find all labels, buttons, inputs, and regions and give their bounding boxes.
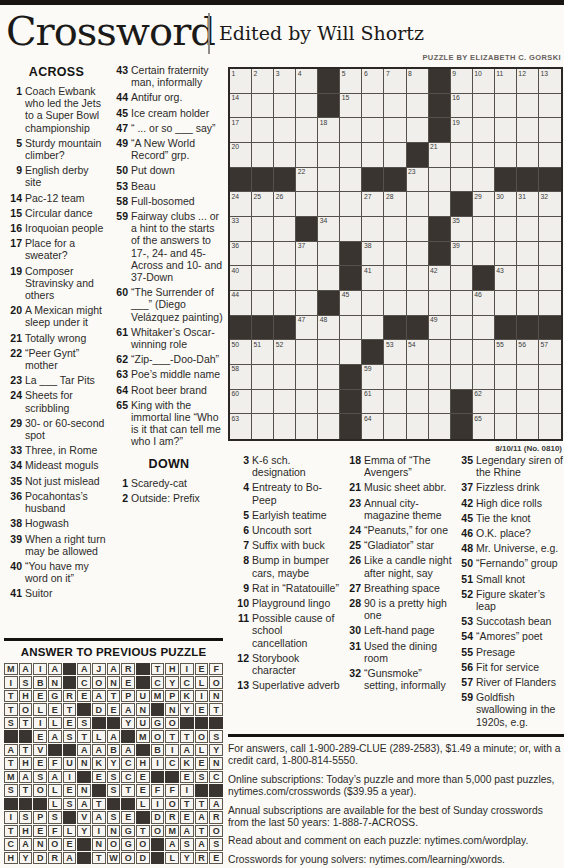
cell-r7c13[interactable] (495, 217, 517, 242)
cell-r7c2[interactable] (252, 217, 274, 242)
across-clue-column-2: 43Certain fraternity man, informally44An… (113, 64, 225, 507)
cell-r14c5[interactable] (318, 390, 340, 415)
cell-r7c7[interactable] (362, 217, 384, 242)
clue-text: Small knot (476, 573, 564, 585)
cell-r13c11[interactable] (451, 365, 473, 390)
cell-r2c9[interactable] (407, 94, 429, 119)
cell-r2c2[interactable] (252, 94, 274, 119)
grid-number: 12 (518, 70, 526, 77)
cell-r9c12 (473, 266, 495, 291)
cell-r15c9[interactable] (407, 414, 429, 439)
cell-r9c7[interactable]: 41 (362, 266, 384, 291)
grid-number: 43 (496, 267, 504, 274)
cell-r4c15[interactable] (539, 143, 561, 168)
cell-r13c10[interactable] (429, 365, 451, 390)
cell-r3c1[interactable]: 17 (230, 118, 252, 143)
cell-r12c10[interactable] (429, 340, 451, 365)
cell-r3c11[interactable]: 19 (451, 118, 473, 143)
cell-r4c13[interactable] (495, 143, 517, 168)
clue-across-19: 19Composer Stravinsky and others (7, 265, 106, 302)
cell-r4c14[interactable] (517, 143, 539, 168)
prev-cell-r14c8: O (107, 838, 121, 850)
cell-r12c15[interactable]: 57 (539, 340, 561, 365)
cell-r15c13[interactable] (495, 414, 517, 439)
cell-r13c2[interactable] (252, 365, 274, 390)
prev-cell-r5c7 (92, 717, 106, 729)
clue-text: La ___ Tar Pits (25, 374, 106, 386)
grid-number: 19 (452, 119, 460, 126)
cell-r4c5[interactable] (318, 143, 340, 168)
prev-cell-r7c9: A (121, 744, 135, 756)
cell-r1c6[interactable]: 5 (340, 69, 362, 94)
cell-r6c4[interactable] (296, 192, 318, 217)
prev-cell-r6c10: M (136, 730, 150, 742)
clue-number: 46 (458, 527, 476, 539)
grid-number: 29 (474, 193, 482, 200)
cell-r14c12[interactable]: 62 (473, 390, 495, 415)
clue-text: Mideast moguls (25, 459, 106, 471)
prev-cell-r14c2: A (19, 838, 33, 850)
clue-number: 31 (346, 640, 364, 664)
cell-r13c12[interactable] (473, 365, 495, 390)
prev-cell-r2c4: N (48, 676, 62, 688)
prev-cell-r9c11 (151, 771, 165, 783)
cell-r7c15[interactable] (539, 217, 561, 242)
cell-r10c15[interactable] (539, 291, 561, 316)
cell-r14c14[interactable] (517, 390, 539, 415)
cell-r10c12[interactable]: 46 (473, 291, 495, 316)
prev-cell-r1c5 (63, 663, 77, 675)
prev-cell-r11c6: A (77, 798, 91, 810)
cell-r2c4[interactable] (296, 94, 318, 119)
clue-text: “Fernando” group (476, 557, 564, 569)
cell-r14c2[interactable] (252, 390, 274, 415)
cell-r8c13[interactable] (495, 242, 517, 267)
cell-r1c4[interactable]: 4 (296, 69, 318, 94)
cell-r15c15[interactable] (539, 414, 561, 439)
cell-r5c9[interactable]: 23 (407, 168, 429, 193)
prev-cell-r15c2: Y (19, 852, 33, 864)
clue-text: Composer Stravinsky and others (25, 265, 106, 302)
cell-r3c3[interactable] (274, 118, 296, 143)
cell-r7c12[interactable] (473, 217, 495, 242)
cell-r8c2[interactable] (252, 242, 274, 267)
clue-number: 13 (234, 679, 252, 691)
cell-r15c8[interactable] (384, 414, 406, 439)
clue-text: Rat in “Ratatouille” (252, 582, 340, 594)
cell-r2c12[interactable] (473, 94, 495, 119)
cell-r6c13[interactable]: 30 (495, 192, 517, 217)
cell-r3c10 (429, 118, 451, 143)
cell-r12c12[interactable] (473, 340, 495, 365)
cell-r6c6[interactable] (340, 192, 362, 217)
prev-cell-r5c15 (209, 717, 223, 729)
cell-r11c1 (230, 316, 252, 341)
clue-text: Sheets for scribbling (25, 389, 106, 413)
cell-r1c8[interactable]: 7 (384, 69, 406, 94)
cell-r12c4[interactable] (296, 340, 318, 365)
cell-r1c15[interactable]: 13 (539, 69, 561, 94)
cell-r3c12[interactable] (473, 118, 495, 143)
grid-number: 25 (254, 193, 262, 200)
clue-number: 26 (346, 554, 364, 578)
clue-down-10: 10Playground lingo (234, 597, 340, 609)
cell-r8c4[interactable]: 37 (296, 242, 318, 267)
prev-cell-r2c15: O (209, 676, 223, 688)
cell-r9c15[interactable] (539, 266, 561, 291)
cell-r15c4[interactable] (296, 414, 318, 439)
clue-across-15: 15Circular dance (7, 207, 106, 219)
prev-cell-r13c1: T (4, 825, 18, 837)
cell-r3c4[interactable] (296, 118, 318, 143)
cell-r11c12[interactable] (473, 316, 495, 341)
cell-r12c8[interactable]: 53 (384, 340, 406, 365)
cell-r1c2[interactable]: 2 (252, 69, 274, 94)
cell-r15c12[interactable]: 65 (473, 414, 495, 439)
cell-r4c6[interactable] (340, 143, 362, 168)
cell-r2c11[interactable]: 16 (451, 94, 473, 119)
cell-r10c2[interactable] (252, 291, 274, 316)
clue-across-16: 16Iroquoian people (7, 222, 106, 234)
cell-r13c14[interactable] (517, 365, 539, 390)
cell-r15c1[interactable]: 63 (230, 414, 252, 439)
cell-r12c3[interactable]: 52 (274, 340, 296, 365)
prev-cell-r14c5: E (63, 838, 77, 850)
clue-down-51: 51Small knot (458, 573, 564, 585)
cell-r3c14[interactable] (517, 118, 539, 143)
grid-number: 23 (408, 168, 416, 175)
cell-r2c15[interactable] (539, 94, 561, 119)
cell-r13c3[interactable] (274, 365, 296, 390)
cell-r13c1[interactable]: 58 (230, 365, 252, 390)
cell-r1c9[interactable]: 8 (407, 69, 429, 94)
cell-r1c12[interactable]: 10 (473, 69, 495, 94)
cell-r3c8[interactable] (384, 118, 406, 143)
cell-r3c9[interactable] (407, 118, 429, 143)
prev-cell-r6c2 (19, 730, 33, 742)
prev-cell-r8c6: N (77, 757, 91, 769)
cell-r15c3[interactable] (274, 414, 296, 439)
cell-r12c6[interactable] (340, 340, 362, 365)
cell-r8c14[interactable] (517, 242, 539, 267)
clue-across-53: 53Beau (113, 180, 225, 192)
clue-text: Hogwash (25, 517, 106, 529)
cell-r12c14[interactable]: 56 (517, 340, 539, 365)
cell-r5c14 (517, 168, 539, 193)
cell-r10c3[interactable] (274, 291, 296, 316)
grid-number: 36 (232, 242, 240, 249)
cell-r6c1[interactable]: 24 (230, 192, 252, 217)
clue-down-59: 59Goldfish swallowing in the 1920s, e.g. (458, 691, 564, 728)
cell-r5c6[interactable] (340, 168, 362, 193)
prev-cell-r6c6: T (77, 730, 91, 742)
cell-r4c1[interactable]: 20 (230, 143, 252, 168)
cell-r15c5[interactable] (318, 414, 340, 439)
cell-r1c1[interactable]: 1 (230, 69, 252, 94)
prev-cell-r12c10 (136, 811, 150, 823)
cell-r7c3[interactable] (274, 217, 296, 242)
cell-r2c7[interactable] (362, 94, 384, 119)
clue-text: Whitaker’s Oscar-winning role (131, 326, 225, 350)
cell-r10c4[interactable] (296, 291, 318, 316)
cell-r8c5[interactable] (318, 242, 340, 267)
cell-r14c1[interactable]: 60 (230, 390, 252, 415)
cell-r14c13[interactable] (495, 390, 517, 415)
prev-cell-r2c13: C (180, 676, 194, 688)
cell-r3c13[interactable] (495, 118, 517, 143)
cell-r15c10[interactable] (429, 414, 451, 439)
cell-r11c7[interactable] (362, 316, 384, 341)
cell-r13c7[interactable]: 59 (362, 365, 384, 390)
cell-r8c15[interactable] (539, 242, 561, 267)
clue-across-5: 5Sturdy mountain climber? (7, 137, 106, 161)
clue-across-40: 40“You have my word on it” (7, 560, 106, 584)
cell-r5c2 (252, 168, 274, 193)
grid-number: 10 (474, 70, 482, 77)
cell-r10c1[interactable]: 44 (230, 291, 252, 316)
prev-cell-r12c11: D (151, 811, 165, 823)
prev-cell-r11c3 (33, 798, 47, 810)
prev-cell-r15c9: O (121, 852, 135, 864)
prev-cell-r14c12: A (165, 838, 179, 850)
clue-number: 7 (234, 539, 252, 551)
clue-number: 56 (458, 661, 476, 673)
cell-r4c7[interactable] (362, 143, 384, 168)
cell-r10c14[interactable] (517, 291, 539, 316)
cell-r6c7[interactable]: 27 (362, 192, 384, 217)
cell-r15c7[interactable]: 64 (362, 414, 384, 439)
prev-cell-r4c3: L (33, 703, 47, 715)
cell-r3c6[interactable] (340, 118, 362, 143)
clue-number: 39 (7, 533, 25, 557)
cell-r11c10[interactable]: 49 (429, 316, 451, 341)
prev-cell-r1c6: A (77, 663, 91, 675)
cell-r9c1[interactable]: 40 (230, 266, 252, 291)
cell-r9c3[interactable] (274, 266, 296, 291)
clue-number: 34 (7, 459, 25, 471)
cell-r6c14[interactable]: 31 (517, 192, 539, 217)
clue-down-1: 1Scaredy-cat (113, 477, 225, 489)
cell-r9c2[interactable] (252, 266, 274, 291)
prev-cell-r8c10: H (136, 757, 150, 769)
cell-r13c8[interactable] (384, 365, 406, 390)
cell-r4c3[interactable] (274, 143, 296, 168)
prev-cell-r2c6: C (77, 676, 91, 688)
cell-r8c9[interactable] (407, 242, 429, 267)
cell-r9c9[interactable] (407, 266, 429, 291)
cell-r9c4[interactable] (296, 266, 318, 291)
cell-r13c9[interactable] (407, 365, 429, 390)
cell-r15c14[interactable] (517, 414, 539, 439)
cell-r7c1[interactable]: 33 (230, 217, 252, 242)
cell-r2c8[interactable] (384, 94, 406, 119)
cell-r14c15[interactable] (539, 390, 561, 415)
cell-r3c2[interactable] (252, 118, 274, 143)
cell-r6c10[interactable] (429, 192, 451, 217)
cell-r6c8[interactable]: 28 (384, 192, 406, 217)
cell-r8c7[interactable]: 38 (362, 242, 384, 267)
cell-r5c5[interactable] (318, 168, 340, 193)
cell-r2c1[interactable]: 14 (230, 94, 252, 119)
cell-r1c3[interactable]: 3 (274, 69, 296, 94)
cell-r13c13[interactable] (495, 365, 517, 390)
cell-r2c6[interactable]: 15 (340, 94, 362, 119)
cell-r9c14[interactable] (517, 266, 539, 291)
cell-r14c7[interactable]: 61 (362, 390, 384, 415)
cell-r3c15[interactable] (539, 118, 561, 143)
cell-r9c6 (340, 266, 362, 291)
cell-r1c13[interactable]: 11 (495, 69, 517, 94)
cell-r11c5[interactable]: 48 (318, 316, 340, 341)
cell-r5c12[interactable] (473, 168, 495, 193)
cell-r14c4[interactable] (296, 390, 318, 415)
prev-cell-r9c9: C (121, 771, 135, 783)
clue-across-58: 58Full-bosomed (113, 195, 225, 207)
clue-across-59: 59Fairway clubs ... or a hint to the sta… (113, 210, 225, 283)
prev-cell-r7c11: B (151, 744, 165, 756)
prev-cell-r6c3: E (33, 730, 47, 742)
cell-r6c12[interactable]: 29 (473, 192, 495, 217)
cell-r9c5[interactable] (318, 266, 340, 291)
cell-r10c11[interactable] (451, 291, 473, 316)
prev-cell-r3c2: H (19, 690, 33, 702)
cell-r13c15[interactable] (539, 365, 561, 390)
cell-r10c13[interactable] (495, 291, 517, 316)
cell-r11c11[interactable] (451, 316, 473, 341)
cell-r11c4[interactable]: 47 (296, 316, 318, 341)
prev-cell-r6c8: A (107, 730, 121, 742)
cell-r11c15 (539, 316, 561, 341)
cell-r9c11[interactable] (451, 266, 473, 291)
clue-number: 45 (113, 107, 131, 119)
prev-cell-r9c3: S (33, 771, 47, 783)
cell-r5c11[interactable] (451, 168, 473, 193)
cell-r8c1[interactable]: 36 (230, 242, 252, 267)
grid-number: 54 (408, 341, 416, 348)
clue-across-45: 45Ice cream holder (113, 107, 225, 119)
cell-r12c13[interactable]: 55 (495, 340, 517, 365)
cell-r10c6[interactable]: 45 (340, 291, 362, 316)
cell-r9c8[interactable] (384, 266, 406, 291)
grid-number: 8 (408, 70, 412, 77)
clue-number: 20 (7, 304, 25, 328)
cell-r2c13[interactable] (495, 94, 517, 119)
cell-r7c6[interactable] (340, 217, 362, 242)
clue-text: Mr. Universe, e.g. (476, 542, 564, 554)
cell-r10c8[interactable] (384, 291, 406, 316)
prev-cell-r1c4: A (48, 663, 62, 675)
cell-r4c10[interactable]: 21 (429, 143, 451, 168)
cell-r5c8 (384, 168, 406, 193)
cell-r14c3[interactable] (274, 390, 296, 415)
clue-number: 18 (346, 454, 364, 478)
cell-r10c10[interactable] (429, 291, 451, 316)
cell-r12c1[interactable]: 50 (230, 340, 252, 365)
clue-text: “Gunsmoke” setting, informally (364, 667, 452, 691)
prev-cell-r7c7: A (92, 744, 106, 756)
cell-r7c14[interactable] (517, 217, 539, 242)
prev-puzzle-heading: ANSWER TO PREVIOUS PUZZLE (4, 646, 223, 658)
cell-r7c5[interactable]: 34 (318, 217, 340, 242)
cell-r7c8[interactable] (384, 217, 406, 242)
cell-r14c10[interactable] (429, 390, 451, 415)
cell-r6c2[interactable]: 25 (252, 192, 274, 217)
cell-r8c11[interactable]: 39 (451, 242, 473, 267)
prev-puzzle-grid: MAIAAJARTHIEFISBNCONECYCLOTHEGREATPUMPKI… (4, 663, 223, 864)
grid-number: 40 (232, 267, 240, 274)
cell-r14c9[interactable] (407, 390, 429, 415)
cell-r9c10[interactable]: 42 (429, 266, 451, 291)
footer-line-1: For answers, call 1-900-289-CLUE (289-25… (228, 743, 564, 768)
grid-number: 53 (386, 341, 394, 348)
cell-r4c4[interactable] (296, 143, 318, 168)
cell-r5c4[interactable]: 22 (296, 168, 318, 193)
prev-cell-r10c4: L (48, 784, 62, 796)
down-clues-part-0: 1Scaredy-cat2Outside: Prefix (113, 477, 225, 504)
grid-number: 13 (540, 70, 548, 77)
cell-r7c9[interactable] (407, 217, 429, 242)
clue-across-35: 35Not just mislead (7, 475, 106, 487)
cell-r6c9[interactable] (407, 192, 429, 217)
cell-r3c5[interactable]: 18 (318, 118, 340, 143)
cell-r10c9[interactable] (407, 291, 429, 316)
cell-r4c12[interactable] (473, 143, 495, 168)
grid-number: 37 (298, 242, 306, 249)
cell-r12c5[interactable] (318, 340, 340, 365)
cell-r8c12[interactable] (473, 242, 495, 267)
cell-r1c14[interactable]: 12 (517, 69, 539, 94)
down-clue-column-3: 35Legendary siren of the Rhine37Fizzless… (458, 454, 564, 731)
cell-r13c4[interactable] (296, 365, 318, 390)
cell-r4c11[interactable] (451, 143, 473, 168)
clue-number: 50 (113, 164, 131, 176)
cell-r4c2[interactable] (252, 143, 274, 168)
cell-r9c13[interactable]: 43 (495, 266, 517, 291)
cell-r5c10[interactable] (429, 168, 451, 193)
cell-r6c5[interactable] (318, 192, 340, 217)
cell-r15c2[interactable] (252, 414, 274, 439)
cell-r2c3[interactable] (274, 94, 296, 119)
prev-cell-r3c11: M (151, 690, 165, 702)
cell-r10c7[interactable] (362, 291, 384, 316)
clue-number: 54 (458, 630, 476, 642)
clue-number: 2 (113, 492, 131, 504)
cell-r1c11[interactable]: 9 (451, 69, 473, 94)
cell-r6c15[interactable]: 32 (539, 192, 561, 217)
footer-line-2: Online subscriptions: Today’s puzzle and… (228, 774, 564, 799)
cell-r15c11 (451, 414, 473, 439)
cell-r13c5[interactable] (318, 365, 340, 390)
cell-r12c2[interactable]: 51 (252, 340, 274, 365)
cell-r4c8[interactable] (384, 143, 406, 168)
clue-text: 90 is a pretty high one (364, 597, 452, 621)
cell-r3c7[interactable] (362, 118, 384, 143)
cell-r8c3[interactable] (274, 242, 296, 267)
cell-r12c11[interactable] (451, 340, 473, 365)
clue-number: 65 (113, 399, 131, 448)
prev-cell-r6c13: T (180, 730, 194, 742)
clue-across-43: 43Certain fraternity man, informally (113, 64, 225, 88)
cell-r8c8[interactable] (384, 242, 406, 267)
cell-r2c14[interactable] (517, 94, 539, 119)
cell-r12c9[interactable]: 54 (407, 340, 429, 365)
cell-r14c8[interactable] (384, 390, 406, 415)
cell-r1c7[interactable]: 6 (362, 69, 384, 94)
cell-r7c11[interactable]: 35 (451, 217, 473, 242)
cell-r6c3[interactable]: 26 (274, 192, 296, 217)
clue-text: Suffix with buck (252, 539, 340, 551)
cell-r11c6[interactable] (340, 316, 362, 341)
